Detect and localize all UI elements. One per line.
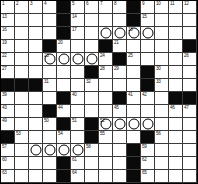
grid-cell[interactable]: 16 bbox=[1, 27, 15, 40]
grid-cell[interactable] bbox=[155, 27, 169, 40]
grid-cell[interactable]: 13 bbox=[1, 14, 15, 27]
grid-cell[interactable]: 42 bbox=[141, 92, 155, 105]
clue-number: 60 bbox=[2, 157, 7, 162]
grid-cell[interactable] bbox=[183, 170, 197, 183]
grid-cell[interactable]: 40 bbox=[71, 92, 85, 105]
grid-cell[interactable] bbox=[99, 105, 113, 118]
clue-number: 63 bbox=[2, 170, 7, 175]
clue-number: 13 bbox=[2, 14, 7, 19]
black-cell bbox=[57, 118, 71, 131]
black-cell bbox=[127, 1, 141, 14]
grid-cell[interactable]: 20 bbox=[57, 40, 71, 53]
grid-cell[interactable] bbox=[183, 157, 197, 170]
grid-cell[interactable] bbox=[99, 170, 113, 183]
grid-cell[interactable] bbox=[43, 14, 57, 27]
black-cell bbox=[183, 92, 197, 105]
black-cell bbox=[57, 14, 71, 27]
black-cell bbox=[57, 170, 71, 183]
circle-marker bbox=[86, 54, 97, 65]
black-cell bbox=[99, 40, 113, 53]
grid-cell[interactable] bbox=[183, 118, 197, 131]
grid-cell[interactable] bbox=[169, 118, 183, 131]
clue-number: 27 bbox=[2, 66, 7, 71]
clue-number: 61 bbox=[72, 157, 77, 162]
grid-cell[interactable]: 62 bbox=[141, 157, 155, 170]
grid-cell[interactable] bbox=[113, 144, 127, 157]
grid-cell[interactable] bbox=[57, 79, 71, 92]
circle-marker bbox=[58, 145, 69, 156]
clue-number: 1 bbox=[2, 1, 4, 6]
grid-cell[interactable] bbox=[85, 27, 99, 40]
clue-number: 10 bbox=[156, 1, 161, 6]
grid-cell[interactable] bbox=[85, 14, 99, 27]
grid-cell[interactable] bbox=[183, 14, 197, 27]
grid-cell[interactable]: 32 bbox=[85, 79, 99, 92]
grid-cell[interactable] bbox=[57, 66, 71, 79]
circle-marker bbox=[44, 145, 55, 156]
grid-cell[interactable]: 11 bbox=[169, 1, 183, 14]
grid-cell[interactable] bbox=[15, 53, 29, 66]
grid-cell[interactable] bbox=[169, 40, 183, 53]
grid-cell[interactable]: 53 bbox=[15, 131, 29, 144]
grid-cell[interactable] bbox=[29, 131, 43, 144]
grid-cell[interactable]: 39 bbox=[1, 92, 15, 105]
clue-number: 3 bbox=[30, 1, 32, 6]
grid-cell[interactable] bbox=[169, 79, 183, 92]
grid-cell[interactable]: 5 bbox=[71, 1, 85, 14]
clue-number: 57 bbox=[2, 144, 7, 149]
grid-cell[interactable] bbox=[15, 66, 29, 79]
grid-cell[interactable] bbox=[85, 170, 99, 183]
grid-cell[interactable] bbox=[29, 157, 43, 170]
grid-cell[interactable] bbox=[127, 40, 141, 53]
grid-cell[interactable] bbox=[29, 14, 43, 27]
grid-cell[interactable] bbox=[43, 92, 57, 105]
circle-marker bbox=[58, 54, 69, 65]
clue-number: 8 bbox=[114, 1, 116, 6]
clue-number: 44 bbox=[58, 105, 63, 110]
clue-number: 42 bbox=[142, 92, 147, 97]
clue-number: 11 bbox=[170, 1, 174, 6]
grid-cell[interactable] bbox=[71, 79, 85, 92]
grid-cell[interactable]: 22 bbox=[1, 53, 15, 66]
clue-number: 64 bbox=[72, 170, 77, 175]
clue-number: 30 bbox=[156, 66, 161, 71]
clue-number: 32 bbox=[86, 79, 91, 84]
grid-cell[interactable] bbox=[155, 118, 169, 131]
clue-number: 20 bbox=[58, 40, 63, 45]
grid-cell[interactable] bbox=[141, 53, 155, 66]
black-cell bbox=[57, 157, 71, 170]
crossword-grid: 1234567891011121314151617181920212223242… bbox=[0, 0, 198, 184]
grid-cell[interactable] bbox=[155, 40, 169, 53]
black-cell bbox=[15, 79, 29, 92]
grid-cell[interactable]: 45 bbox=[113, 105, 127, 118]
grid-cell[interactable]: 43 bbox=[1, 105, 15, 118]
clue-number: 62 bbox=[142, 157, 147, 162]
grid-cell[interactable] bbox=[155, 144, 169, 157]
grid-cell[interactable] bbox=[29, 105, 43, 118]
black-cell bbox=[113, 53, 127, 66]
circle-marker bbox=[72, 145, 83, 156]
grid-cell[interactable] bbox=[43, 27, 57, 40]
grid-cell[interactable] bbox=[71, 144, 85, 157]
grid-cell[interactable] bbox=[141, 118, 155, 131]
clue-number: 17 bbox=[72, 27, 77, 32]
clue-number: 45 bbox=[114, 105, 119, 110]
grid-cell[interactable] bbox=[155, 105, 169, 118]
grid-cell[interactable] bbox=[85, 157, 99, 170]
clue-number: 49 bbox=[2, 118, 7, 123]
grid-cell[interactable]: 61 bbox=[71, 157, 85, 170]
black-cell bbox=[43, 105, 57, 118]
grid-cell[interactable] bbox=[71, 131, 85, 144]
grid-cell[interactable] bbox=[169, 144, 183, 157]
grid-cell[interactable] bbox=[29, 66, 43, 79]
grid-cell[interactable]: 18 bbox=[127, 27, 141, 40]
circle-marker bbox=[100, 28, 111, 39]
circle-marker bbox=[30, 145, 41, 156]
grid-cell[interactable]: 19 bbox=[1, 40, 15, 53]
grid-cell[interactable] bbox=[169, 170, 183, 183]
grid-cell[interactable]: 33 bbox=[155, 79, 169, 92]
clue-number: 53 bbox=[16, 131, 21, 136]
clue-number: 59 bbox=[142, 144, 147, 149]
grid-cell[interactable] bbox=[71, 53, 85, 66]
grid-cell[interactable] bbox=[155, 14, 169, 27]
grid-cell[interactable] bbox=[99, 157, 113, 170]
grid-cell[interactable]: 1 bbox=[1, 1, 15, 14]
grid-cell[interactable] bbox=[99, 14, 113, 27]
grid-cell[interactable]: 25 bbox=[127, 53, 141, 66]
clue-number: 26 bbox=[184, 53, 189, 58]
grid-cell[interactable] bbox=[127, 79, 141, 92]
grid-cell[interactable] bbox=[141, 40, 155, 53]
grid-cell[interactable]: 10 bbox=[155, 1, 169, 14]
grid-cell[interactable] bbox=[141, 27, 155, 40]
circle-marker bbox=[114, 119, 125, 130]
grid-cell[interactable] bbox=[43, 131, 57, 144]
grid-cell[interactable] bbox=[85, 92, 99, 105]
grid-cell[interactable] bbox=[85, 53, 99, 66]
grid-cell[interactable] bbox=[15, 144, 29, 157]
grid-cell[interactable] bbox=[29, 53, 43, 66]
grid-cell[interactable] bbox=[127, 131, 141, 144]
grid-cell[interactable] bbox=[183, 66, 197, 79]
circle-marker bbox=[128, 28, 139, 39]
grid-cell[interactable]: 4 bbox=[43, 1, 57, 14]
grid-cell[interactable] bbox=[141, 105, 155, 118]
clue-number: 2 bbox=[16, 1, 18, 6]
grid-cell[interactable] bbox=[29, 92, 43, 105]
grid-cell[interactable]: 46 bbox=[169, 105, 183, 118]
black-cell bbox=[127, 157, 141, 170]
grid-cell[interactable]: 55 bbox=[99, 131, 113, 144]
grid-cell[interactable] bbox=[169, 53, 183, 66]
clue-number: 46 bbox=[170, 105, 175, 110]
grid-cell[interactable]: 52 bbox=[99, 118, 113, 131]
clue-number: 51 bbox=[72, 118, 77, 123]
grid-cell[interactable] bbox=[113, 79, 127, 92]
clue-number: 58 bbox=[86, 144, 91, 149]
clue-number: 9 bbox=[142, 1, 144, 6]
black-cell bbox=[85, 131, 99, 144]
clue-number: 54 bbox=[58, 131, 63, 136]
grid-cell[interactable]: 15 bbox=[141, 14, 155, 27]
grid-cell[interactable] bbox=[15, 170, 29, 183]
clue-number: 7 bbox=[100, 1, 102, 6]
black-cell bbox=[113, 92, 127, 105]
grid-cell[interactable]: 54 bbox=[57, 131, 71, 144]
grid-cell[interactable] bbox=[15, 92, 29, 105]
clue-number: 56 bbox=[156, 131, 161, 136]
grid-cell[interactable] bbox=[169, 14, 183, 27]
grid-cell[interactable] bbox=[127, 66, 141, 79]
grid-cell[interactable]: 49 bbox=[1, 118, 15, 131]
grid-cell[interactable]: 7 bbox=[99, 1, 113, 14]
clue-number: 4 bbox=[44, 1, 46, 6]
clue-number: 43 bbox=[2, 105, 7, 110]
circle-marker bbox=[142, 28, 153, 39]
grid-cell[interactable] bbox=[15, 14, 29, 27]
grid-cell[interactable]: 26 bbox=[183, 53, 197, 66]
black-cell bbox=[57, 1, 71, 14]
clue-number: 65 bbox=[142, 170, 147, 175]
grid-cell[interactable] bbox=[99, 92, 113, 105]
grid-cell[interactable] bbox=[155, 92, 169, 105]
clue-number: 41 bbox=[128, 92, 133, 97]
grid-cell[interactable] bbox=[169, 27, 183, 40]
grid-cell[interactable]: 17 bbox=[71, 27, 85, 40]
grid-cell[interactable] bbox=[43, 157, 57, 170]
grid-cell[interactable] bbox=[169, 66, 183, 79]
grid-cell[interactable] bbox=[29, 144, 43, 157]
grid-cell[interactable]: 2 bbox=[15, 1, 29, 14]
grid-cell[interactable]: 3 bbox=[29, 1, 43, 14]
clue-number: 5 bbox=[72, 1, 74, 6]
black-cell bbox=[141, 66, 155, 79]
grid-cell[interactable] bbox=[113, 157, 127, 170]
clue-number: 22 bbox=[2, 53, 7, 58]
grid-cell[interactable] bbox=[183, 27, 197, 40]
grid-cell[interactable]: 56 bbox=[155, 131, 169, 144]
clue-number: 40 bbox=[72, 92, 77, 97]
clue-number: 12 bbox=[184, 1, 189, 6]
clue-number: 50 bbox=[44, 118, 49, 123]
grid-cell[interactable] bbox=[43, 170, 57, 183]
clue-number: 55 bbox=[100, 131, 105, 136]
circle-marker bbox=[142, 119, 153, 130]
grid-cell[interactable] bbox=[113, 118, 127, 131]
black-cell bbox=[1, 131, 15, 144]
grid-cell[interactable]: 65 bbox=[141, 170, 155, 183]
circle-marker bbox=[44, 54, 55, 65]
grid-cell[interactable] bbox=[155, 53, 169, 66]
circle-marker bbox=[114, 28, 125, 39]
clue-number: 16 bbox=[2, 27, 7, 32]
grid-cell[interactable]: 57 bbox=[1, 144, 15, 157]
grid-cell[interactable] bbox=[183, 79, 197, 92]
black-cell bbox=[127, 144, 141, 157]
black-cell bbox=[183, 40, 197, 53]
grid-cell[interactable]: 44 bbox=[57, 105, 71, 118]
grid-cell[interactable]: 6 bbox=[85, 1, 99, 14]
grid-cell[interactable] bbox=[29, 170, 43, 183]
clue-number: 39 bbox=[2, 92, 7, 97]
grid-cell[interactable] bbox=[15, 118, 29, 131]
black-cell bbox=[85, 66, 99, 79]
grid-cell[interactable] bbox=[71, 105, 85, 118]
grid-cell[interactable]: 31 bbox=[43, 79, 57, 92]
grid-cell[interactable] bbox=[183, 131, 197, 144]
grid-cell[interactable]: 14 bbox=[71, 14, 85, 27]
grid-cell[interactable] bbox=[155, 170, 169, 183]
clue-number: 24 bbox=[100, 53, 105, 58]
grid-cell[interactable]: 47 bbox=[183, 105, 197, 118]
grid-cell[interactable] bbox=[183, 144, 197, 157]
grid-cell[interactable] bbox=[169, 157, 183, 170]
grid-cell[interactable] bbox=[99, 79, 113, 92]
grid-cell[interactable]: 23 bbox=[43, 53, 57, 66]
black-cell bbox=[127, 170, 141, 183]
black-cell bbox=[43, 40, 57, 53]
black-cell bbox=[57, 92, 71, 105]
black-cell bbox=[169, 92, 183, 105]
clue-number: 29 bbox=[114, 66, 119, 71]
clue-number: 19 bbox=[2, 40, 7, 45]
grid-cell[interactable] bbox=[43, 66, 57, 79]
grid-cell[interactable]: 50 bbox=[43, 118, 57, 131]
black-cell bbox=[57, 27, 71, 40]
grid-cell[interactable] bbox=[15, 157, 29, 170]
grid-cell[interactable] bbox=[43, 144, 57, 157]
grid-cell[interactable] bbox=[71, 40, 85, 53]
grid-cell[interactable] bbox=[15, 105, 29, 118]
circle-marker bbox=[100, 119, 111, 130]
grid-cell[interactable] bbox=[155, 157, 169, 170]
grid-cell[interactable] bbox=[57, 53, 71, 66]
grid-cell[interactable] bbox=[99, 144, 113, 157]
grid-cell[interactable]: 12 bbox=[183, 1, 197, 14]
black-cell bbox=[85, 118, 99, 131]
black-cell bbox=[29, 79, 43, 92]
clue-number: 31 bbox=[44, 79, 49, 84]
black-cell bbox=[127, 14, 141, 27]
grid-cell[interactable]: 8 bbox=[113, 1, 127, 14]
grid-cell[interactable]: 30 bbox=[155, 66, 169, 79]
grid-cell[interactable] bbox=[113, 131, 127, 144]
clue-number: 28 bbox=[100, 66, 105, 71]
grid-cell[interactable]: 21 bbox=[113, 40, 127, 53]
black-cell bbox=[141, 79, 155, 92]
circle-marker bbox=[72, 54, 83, 65]
grid-cell[interactable]: 29 bbox=[113, 66, 127, 79]
grid-cell[interactable] bbox=[85, 105, 99, 118]
clue-number: 33 bbox=[156, 79, 161, 84]
black-cell bbox=[141, 131, 155, 144]
grid-cell[interactable] bbox=[85, 40, 99, 53]
grid-cell[interactable] bbox=[127, 105, 141, 118]
grid-cell[interactable] bbox=[15, 27, 29, 40]
grid-cell[interactable]: 27 bbox=[1, 66, 15, 79]
circle-marker bbox=[128, 119, 139, 130]
clue-number: 21 bbox=[114, 40, 119, 45]
clue-number: 47 bbox=[184, 105, 189, 110]
grid-cell[interactable] bbox=[29, 27, 43, 40]
grid-cell[interactable]: 63 bbox=[1, 170, 15, 183]
grid-cell[interactable]: 28 bbox=[99, 66, 113, 79]
grid-cell[interactable] bbox=[127, 118, 141, 131]
grid-cell[interactable]: 59 bbox=[141, 144, 155, 157]
clue-number: 14 bbox=[72, 14, 77, 19]
grid-cell[interactable] bbox=[113, 14, 127, 27]
clue-number: 15 bbox=[142, 14, 147, 19]
grid-cell[interactable] bbox=[29, 118, 43, 131]
grid-cell[interactable]: 64 bbox=[71, 170, 85, 183]
grid-cell[interactable]: 58 bbox=[85, 144, 99, 157]
grid-cell[interactable] bbox=[71, 66, 85, 79]
grid-cell[interactable]: 51 bbox=[71, 118, 85, 131]
grid-cell[interactable] bbox=[99, 27, 113, 40]
grid-cell[interactable]: 41 bbox=[127, 92, 141, 105]
grid-cell[interactable]: 60 bbox=[1, 157, 15, 170]
grid-cell[interactable] bbox=[113, 170, 127, 183]
grid-cell[interactable] bbox=[15, 40, 29, 53]
clue-number: 6 bbox=[86, 1, 88, 6]
grid-cell[interactable] bbox=[169, 131, 183, 144]
grid-cell[interactable] bbox=[29, 40, 43, 53]
clue-number: 25 bbox=[128, 53, 133, 58]
grid-cell[interactable] bbox=[57, 144, 71, 157]
grid-cell[interactable]: 9 bbox=[141, 1, 155, 14]
grid-cell[interactable] bbox=[113, 27, 127, 40]
grid-cell[interactable]: 24 bbox=[99, 53, 113, 66]
black-cell bbox=[1, 79, 15, 92]
